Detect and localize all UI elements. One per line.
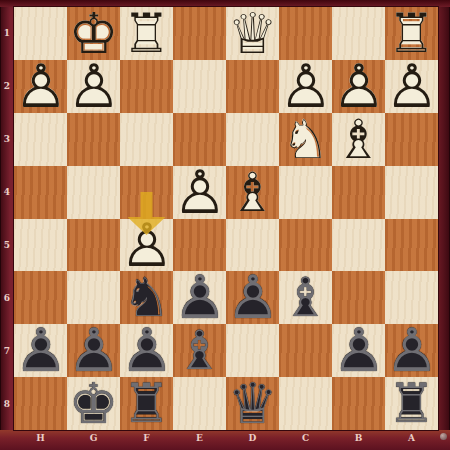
piece-wR-a1[interactable]: ♜♖: [385, 7, 438, 60]
piece-fill-glyph: ♞: [279, 113, 332, 166]
piece-fill-glyph: ♟: [14, 324, 67, 377]
piece-outline-glyph: ♖: [385, 7, 438, 60]
piece-fill-glyph: ♜: [385, 377, 438, 430]
square-c2[interactable]: ♟♙: [279, 60, 332, 113]
square-f6[interactable]: ♞♘: [120, 271, 173, 324]
rank-label-6: 6: [0, 293, 14, 303]
piece-bQ-d8[interactable]: ♛♕: [226, 377, 279, 430]
board: ♚♔♜♖♛♕♜♖♟♙♟♙♟♙♟♙♟♙♞♘♝♗♟♙♝♗♟♙♞♘♟♙♟♙♝♗♟♙♟♙…: [14, 7, 438, 430]
file-label-C: C: [302, 433, 309, 443]
piece-wB-d4[interactable]: ♝♗: [226, 166, 279, 219]
rank-label-8: 8: [0, 399, 14, 409]
square-c1[interactable]: [279, 7, 332, 60]
piece-outline-glyph: ♙: [173, 166, 226, 219]
square-h2[interactable]: ♟♙: [14, 60, 67, 113]
piece-outline-glyph: ♗: [173, 324, 226, 377]
square-a7[interactable]: ♟♙: [385, 324, 438, 377]
square-d1[interactable]: ♛♕: [226, 7, 279, 60]
piece-bP-a7[interactable]: ♟♙: [385, 324, 438, 377]
square-a2[interactable]: ♟♙: [385, 60, 438, 113]
piece-bN-f6[interactable]: ♞♘: [120, 271, 173, 324]
square-f4[interactable]: [120, 166, 173, 219]
piece-wP-h2[interactable]: ♟♙: [14, 60, 67, 113]
square-c6[interactable]: ♝♗: [279, 271, 332, 324]
piece-bK-g8[interactable]: ♚♔: [67, 377, 120, 430]
square-d5[interactable]: [226, 219, 279, 272]
piece-bP-f7[interactable]: ♟♙: [120, 324, 173, 377]
square-d4[interactable]: ♝♗: [226, 166, 279, 219]
piece-outline-glyph: ♙: [120, 219, 173, 272]
rank-label-7: 7: [0, 346, 14, 356]
piece-bB-e7[interactable]: ♝♗: [173, 324, 226, 377]
piece-bP-d6[interactable]: ♟♙: [226, 271, 279, 324]
square-h8[interactable]: [14, 377, 67, 430]
square-e8[interactable]: [173, 377, 226, 430]
square-c8[interactable]: [279, 377, 332, 430]
piece-outline-glyph: ♙: [385, 60, 438, 113]
square-e5[interactable]: [173, 219, 226, 272]
square-a6[interactable]: [385, 271, 438, 324]
piece-wP-g2[interactable]: ♟♙: [67, 60, 120, 113]
piece-outline-glyph: ♖: [120, 7, 173, 60]
square-g6[interactable]: [67, 271, 120, 324]
piece-fill-glyph: ♜: [385, 7, 438, 60]
piece-outline-glyph: ♗: [279, 271, 332, 324]
piece-outline-glyph: ♙: [332, 324, 385, 377]
square-b2[interactable]: ♟♙: [332, 60, 385, 113]
square-c5[interactable]: [279, 219, 332, 272]
piece-fill-glyph: ♟: [120, 219, 173, 272]
square-f3[interactable]: [120, 113, 173, 166]
piece-fill-glyph: ♝: [173, 324, 226, 377]
square-c4[interactable]: [279, 166, 332, 219]
piece-fill-glyph: ♟: [67, 60, 120, 113]
square-b6[interactable]: [332, 271, 385, 324]
square-b5[interactable]: [332, 219, 385, 272]
square-h4[interactable]: [14, 166, 67, 219]
square-f1[interactable]: ♜♖: [120, 7, 173, 60]
square-f2[interactable]: [120, 60, 173, 113]
file-label-H: H: [36, 433, 45, 443]
piece-fill-glyph: ♟: [67, 324, 120, 377]
piece-bP-h7[interactable]: ♟♙: [14, 324, 67, 377]
piece-fill-glyph: ♟: [385, 324, 438, 377]
square-a4[interactable]: [385, 166, 438, 219]
square-a8[interactable]: ♜♖: [385, 377, 438, 430]
file-label-E: E: [196, 433, 203, 443]
square-h5[interactable]: [14, 219, 67, 272]
square-h6[interactable]: [14, 271, 67, 324]
piece-fill-glyph: ♟: [173, 166, 226, 219]
square-d8[interactable]: ♛♕: [226, 377, 279, 430]
square-g8[interactable]: ♚♔: [67, 377, 120, 430]
square-e4[interactable]: ♟♙: [173, 166, 226, 219]
piece-outline-glyph: ♙: [67, 60, 120, 113]
piece-outline-glyph: ♕: [226, 7, 279, 60]
piece-bP-b7[interactable]: ♟♙: [332, 324, 385, 377]
square-g4[interactable]: [67, 166, 120, 219]
piece-fill-glyph: ♜: [120, 377, 173, 430]
piece-outline-glyph: ♙: [173, 271, 226, 324]
piece-outline-glyph: ♘: [120, 271, 173, 324]
piece-outline-glyph: ♔: [67, 377, 120, 430]
piece-fill-glyph: ♜: [120, 7, 173, 60]
square-d7[interactable]: [226, 324, 279, 377]
square-a1[interactable]: ♜♖: [385, 7, 438, 60]
piece-fill-glyph: ♟: [279, 60, 332, 113]
piece-bP-g7[interactable]: ♟♙: [67, 324, 120, 377]
square-b1[interactable]: [332, 7, 385, 60]
piece-fill-glyph: ♛: [226, 7, 279, 60]
rank-label-3: 3: [0, 134, 14, 144]
square-d2[interactable]: [226, 60, 279, 113]
square-g5[interactable]: [67, 219, 120, 272]
piece-outline-glyph: ♖: [385, 377, 438, 430]
square-b4[interactable]: [332, 166, 385, 219]
square-h1[interactable]: [14, 7, 67, 60]
square-f8[interactable]: ♜♖: [120, 377, 173, 430]
square-c7[interactable]: [279, 324, 332, 377]
piece-outline-glyph: ♙: [67, 324, 120, 377]
square-e2[interactable]: [173, 60, 226, 113]
piece-wP-b2[interactable]: ♟♙: [332, 60, 385, 113]
piece-bB-c6[interactable]: ♝♗: [279, 271, 332, 324]
piece-outline-glyph: ♙: [385, 324, 438, 377]
piece-bR-a8[interactable]: ♜♖: [385, 377, 438, 430]
board-border-top: [0, 0, 450, 7]
square-e7[interactable]: ♝♗: [173, 324, 226, 377]
square-d6[interactable]: ♟♙: [226, 271, 279, 324]
rank-label-2: 2: [0, 81, 14, 91]
file-label-D: D: [249, 433, 257, 443]
piece-wR-f1[interactable]: ♜♖: [120, 7, 173, 60]
square-d3[interactable]: [226, 113, 279, 166]
piece-outline-glyph: ♗: [332, 113, 385, 166]
piece-wP-a2[interactable]: ♟♙: [385, 60, 438, 113]
square-b7[interactable]: ♟♙: [332, 324, 385, 377]
piece-outline-glyph: ♖: [120, 377, 173, 430]
piece-bR-f8[interactable]: ♜♖: [120, 377, 173, 430]
piece-wP-c2[interactable]: ♟♙: [279, 60, 332, 113]
rank-label-5: 5: [0, 240, 14, 250]
file-label-G: G: [90, 433, 98, 443]
piece-fill-glyph: ♟: [173, 271, 226, 324]
piece-fill-glyph: ♟: [332, 60, 385, 113]
piece-fill-glyph: ♝: [332, 113, 385, 166]
square-f5[interactable]: ♟♙: [120, 219, 173, 272]
piece-fill-glyph: ♝: [279, 271, 332, 324]
square-e6[interactable]: ♟♙: [173, 271, 226, 324]
square-g3[interactable]: [67, 113, 120, 166]
piece-bP-e6[interactable]: ♟♙: [173, 271, 226, 324]
piece-wN-c3[interactable]: ♞♘: [279, 113, 332, 166]
square-g1[interactable]: ♚♔: [67, 7, 120, 60]
piece-outline-glyph: ♘: [279, 113, 332, 166]
piece-outline-glyph: ♙: [14, 60, 67, 113]
piece-fill-glyph: ♟: [120, 324, 173, 377]
chessboard-widget: ♚♔♜♖♛♕♜♖♟♙♟♙♟♙♟♙♟♙♞♘♝♗♟♙♝♗♟♙♞♘♟♙♟♙♝♗♟♙♟♙…: [0, 0, 450, 450]
piece-fill-glyph: ♝: [226, 166, 279, 219]
piece-fill-glyph: ♚: [67, 377, 120, 430]
piece-fill-glyph: ♟: [226, 271, 279, 324]
piece-wQ-d1[interactable]: ♛♕: [226, 7, 279, 60]
rank-label-4: 4: [0, 187, 14, 197]
piece-outline-glyph: ♙: [120, 324, 173, 377]
piece-wK-g1[interactable]: ♚♔: [67, 7, 120, 60]
square-a5[interactable]: [385, 219, 438, 272]
piece-fill-glyph: ♟: [385, 60, 438, 113]
square-c3[interactable]: ♞♘: [279, 113, 332, 166]
piece-fill-glyph: ♛: [226, 377, 279, 430]
board-border-bottom: [0, 430, 450, 450]
file-label-A: A: [408, 433, 415, 443]
piece-fill-glyph: ♟: [332, 324, 385, 377]
piece-outline-glyph: ♙: [332, 60, 385, 113]
piece-outline-glyph: ♙: [279, 60, 332, 113]
piece-outline-glyph: ♔: [67, 7, 120, 60]
square-f7[interactable]: ♟♙: [120, 324, 173, 377]
piece-fill-glyph: ♚: [67, 7, 120, 60]
piece-fill-glyph: ♞: [120, 271, 173, 324]
piece-outline-glyph: ♙: [226, 271, 279, 324]
square-e3[interactable]: [173, 113, 226, 166]
rank-label-1: 1: [0, 28, 14, 38]
square-h7[interactable]: ♟♙: [14, 324, 67, 377]
corner-dot-icon: [440, 433, 447, 440]
square-b3[interactable]: ♝♗: [332, 113, 385, 166]
piece-outline-glyph: ♕: [226, 377, 279, 430]
square-a3[interactable]: [385, 113, 438, 166]
file-label-B: B: [355, 433, 363, 443]
piece-fill-glyph: ♟: [14, 60, 67, 113]
square-h3[interactable]: [14, 113, 67, 166]
file-label-F: F: [143, 433, 149, 443]
square-g7[interactable]: ♟♙: [67, 324, 120, 377]
square-g2[interactable]: ♟♙: [67, 60, 120, 113]
square-e1[interactable]: [173, 7, 226, 60]
piece-outline-glyph: ♙: [14, 324, 67, 377]
piece-wP-e4[interactable]: ♟♙: [173, 166, 226, 219]
square-b8[interactable]: [332, 377, 385, 430]
piece-wP-f5[interactable]: ♟♙: [120, 219, 173, 272]
piece-wB-b3[interactable]: ♝♗: [332, 113, 385, 166]
piece-outline-glyph: ♗: [226, 166, 279, 219]
